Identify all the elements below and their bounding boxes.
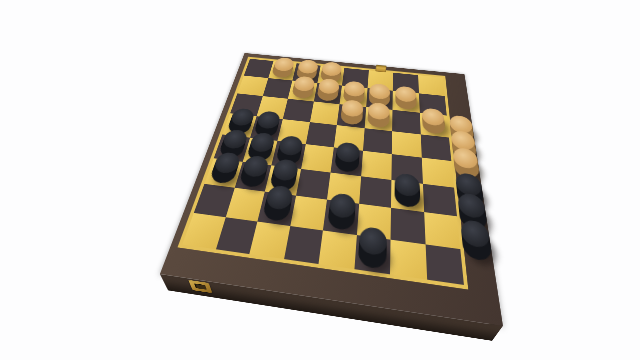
clasp-slot <box>194 283 207 289</box>
square-c6 <box>283 99 314 122</box>
dark-piece-g3 <box>394 183 420 209</box>
light-piece-d7 <box>316 85 339 102</box>
square-h3 <box>423 183 457 216</box>
dark-piece-e2 <box>327 203 356 231</box>
light-piece-g7 <box>395 93 416 111</box>
square-h2 <box>424 212 461 249</box>
square-f5 <box>363 128 393 154</box>
square-d3 <box>296 169 331 200</box>
square-g1 <box>390 239 427 279</box>
square-f4 <box>361 151 392 180</box>
square-h1 <box>425 244 464 285</box>
light-piece-b8 <box>271 63 294 78</box>
product-photo <box>0 0 640 360</box>
photo-scene <box>0 0 640 360</box>
dark-rim-piece-6 <box>461 231 493 262</box>
light-piece-e6 <box>340 106 363 125</box>
dark-piece-f1 <box>358 238 387 270</box>
square-d5 <box>305 122 336 148</box>
light-piece-f6 <box>367 109 390 128</box>
wooden-game-box <box>160 53 503 326</box>
dark-piece-e4 <box>334 150 360 173</box>
light-piece-h6 <box>422 115 446 135</box>
light-piece-c7 <box>291 82 314 99</box>
square-d1 <box>284 226 323 264</box>
square-h4 <box>421 158 454 188</box>
square-d2 <box>290 196 327 230</box>
square-e1 <box>318 230 356 269</box>
dark-piece-c2 <box>261 195 292 222</box>
square-g2 <box>391 208 426 244</box>
square-d4 <box>301 144 334 172</box>
brass-clasp-icon <box>188 280 212 293</box>
square-f3 <box>359 176 392 208</box>
square-g5 <box>392 131 422 158</box>
